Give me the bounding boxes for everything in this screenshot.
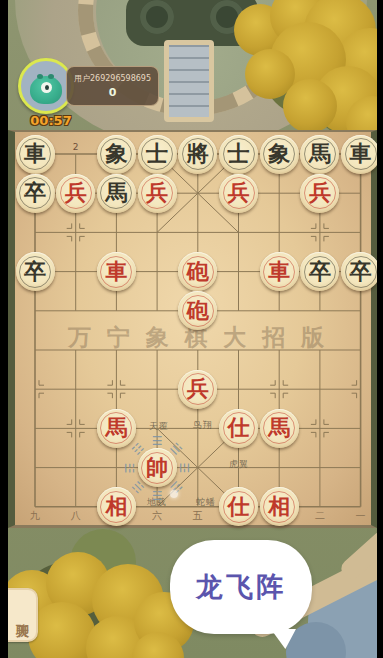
piece-black-chariot[interactable]: 車 — [341, 135, 377, 174]
piece-black-horse[interactable]: 馬 — [97, 174, 136, 213]
file-label-top: 2 — [73, 142, 79, 152]
piece-black-pawn[interactable]: 卒 — [16, 174, 55, 213]
formation-label: 蛇蟠 — [196, 496, 216, 509]
piece-red-chariot[interactable]: 車 — [97, 252, 136, 291]
piece-black-chariot[interactable]: 車 — [16, 135, 55, 174]
player-coins: 0 — [109, 86, 117, 99]
tree-foliage — [283, 79, 337, 133]
chat-button[interactable]: 聊天 — [8, 588, 38, 642]
piece-red-chariot[interactable]: 車 — [260, 252, 299, 291]
file-label-bottom: 六 — [152, 509, 162, 523]
sparkle-effect — [170, 490, 178, 498]
piece-black-general[interactable]: 將 — [178, 135, 217, 174]
file-label-bottom: 八 — [71, 509, 81, 523]
xiangqi-board[interactable]: 万宁象棋大招版 123456789九八七六五四三二一 天覆鸟翔虎翼地载蛇蟠 車象… — [8, 130, 377, 528]
game-screen: 用户269296598695 0 00:57 万宁象棋大招版 123456789… — [8, 0, 377, 658]
piece-black-elephant[interactable]: 象 — [97, 135, 136, 174]
piece-black-pawn[interactable]: 卒 — [341, 252, 377, 291]
piece-black-pawn[interactable]: 卒 — [16, 252, 55, 291]
formation-label: 虎翼 — [229, 458, 249, 471]
trigram-glyph: ☲ — [177, 462, 191, 473]
piece-red-elephant[interactable]: 相 — [260, 487, 299, 526]
trigram-glyph: ☶ — [123, 462, 137, 473]
avatar-frog-icon — [30, 76, 62, 104]
file-label-bottom: 二 — [315, 509, 325, 523]
piece-black-advisor[interactable]: 士 — [219, 135, 258, 174]
piece-red-pawn[interactable]: 兵 — [56, 174, 95, 213]
file-label-bottom: 五 — [193, 509, 203, 523]
piece-red-horse[interactable]: 馬 — [260, 409, 299, 448]
piece-red-pawn[interactable]: 兵 — [138, 174, 177, 213]
piece-red-pawn[interactable]: 兵 — [178, 370, 217, 409]
speech-bubble: 龙飞阵 — [170, 540, 312, 634]
piece-red-horse[interactable]: 馬 — [97, 409, 136, 448]
piece-black-advisor[interactable]: 士 — [138, 135, 177, 174]
piece-black-elephant[interactable]: 象 — [260, 135, 299, 174]
player-name: 用户269296598695 — [74, 73, 151, 84]
piece-red-elephant[interactable]: 相 — [97, 487, 136, 526]
trigram-glyph: ☴ — [152, 488, 163, 502]
trigram-glyph: ☰ — [152, 434, 163, 448]
formation-label: 鸟翔 — [193, 419, 213, 432]
stone-path — [164, 40, 214, 122]
piece-black-horse[interactable]: 馬 — [300, 135, 339, 174]
player-info-panel: 用户269296598695 0 — [66, 66, 159, 106]
piece-red-pawn[interactable]: 兵 — [219, 174, 258, 213]
piece-red-advisor[interactable]: 仕 — [219, 409, 258, 448]
speech-bubble-text: 龙飞阵 — [196, 569, 286, 605]
move-timer: 00:57 — [28, 113, 74, 128]
formation-label: 天覆 — [149, 420, 169, 433]
piece-red-pawn[interactable]: 兵 — [300, 174, 339, 213]
chat-button-label: 聊天 — [13, 612, 31, 618]
file-label-bottom: 九 — [30, 509, 40, 523]
file-label-bottom: 一 — [356, 509, 366, 523]
